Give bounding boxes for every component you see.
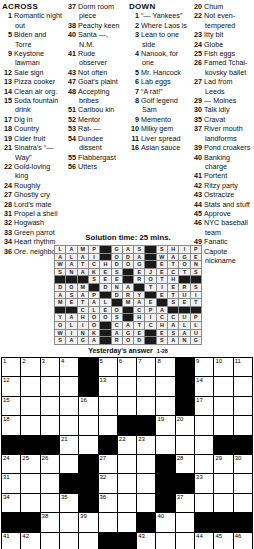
grid-cell[interactable] (79, 416, 97, 434)
mini-letter-cell: W (157, 254, 167, 261)
grid-cell[interactable] (41, 416, 59, 434)
mini-letter-cell: L (66, 254, 76, 261)
grid-cell[interactable] (41, 474, 59, 492)
grid-cell[interactable] (234, 377, 252, 395)
grid-cell[interactable] (41, 494, 59, 512)
clue-number: 16 (129, 143, 139, 152)
clue-item: 5Biden and Torre (2, 30, 63, 49)
clue-number: 13 (2, 77, 12, 86)
grid-cell[interactable]: 14 (195, 377, 213, 395)
grid-cell[interactable]: 15 (2, 397, 20, 415)
grid-cell[interactable] (176, 533, 194, 549)
grid-cell[interactable]: 20 (176, 416, 194, 434)
clue-number: 2 (129, 21, 139, 30)
cell-number: 38 (42, 513, 49, 520)
down-clues-column-2: 20Chum22Not even-tempered23Itty bit24Glo… (192, 2, 253, 265)
mini-letter-cell: E (134, 269, 144, 276)
mini-black-cell (100, 337, 110, 344)
grid-cell[interactable] (118, 513, 136, 531)
mini-letter-cell: L (179, 322, 189, 329)
grid-black-cell (176, 377, 194, 395)
clue-number: 37 (66, 2, 76, 11)
mini-letter-cell: A (179, 330, 189, 337)
mini-letter-cell: T (145, 284, 155, 291)
mini-letter-cell: A (66, 261, 76, 268)
grid-cell[interactable]: 38 (41, 513, 59, 531)
grid-cell[interactable]: 4 (60, 358, 78, 376)
mini-letter-cell: G (134, 261, 144, 268)
mini-letter-cell: I (66, 330, 76, 337)
clue-number: 27 (192, 77, 202, 86)
grid-cell[interactable] (118, 397, 136, 415)
mini-letter-cell: I (145, 314, 155, 321)
mini-letter-cell: O (55, 322, 65, 329)
mini-letter-cell: I (157, 284, 167, 291)
mini-black-cell (55, 276, 65, 283)
mini-black-cell (179, 276, 189, 283)
clue-item: 24Globe (192, 40, 253, 49)
grid-cell[interactable] (41, 397, 59, 415)
clue-item: 26Famed Tchai­kovsky ballet (192, 58, 253, 77)
grid-black-cell (176, 397, 194, 415)
clue-number: 23 (192, 30, 202, 39)
mini-letter-cell: O (89, 314, 99, 321)
clue-number: 21 (2, 143, 12, 152)
grid-cell[interactable]: 24 (2, 455, 20, 473)
mini-letter-cell: O (112, 307, 122, 314)
mini-letter-cell: G (179, 254, 189, 261)
grid-cell[interactable] (137, 474, 155, 492)
grid-cell[interactable]: 13 (99, 377, 117, 395)
grid-cell[interactable]: 36 (99, 494, 117, 512)
mini-letter-cell: G (112, 246, 122, 253)
grid-cell[interactable] (234, 474, 252, 492)
grid-black-cell (214, 436, 232, 454)
grid-cell[interactable] (176, 436, 194, 454)
clue-item: 15Soda fountain drink (2, 96, 63, 115)
down-clue-list-1: 1“— Yankees”2Where Laos is3Lean to one s… (129, 11, 189, 152)
grid-cell[interactable]: 27 (99, 455, 117, 473)
grid-cell[interactable] (195, 416, 213, 434)
grid-cell[interactable] (60, 455, 78, 473)
mini-letter-cell: H (78, 314, 88, 321)
clue-number: 54 (66, 134, 76, 143)
clue-item: 43Not often (66, 68, 124, 77)
grid-cell[interactable] (195, 436, 213, 454)
grid-black-cell (137, 513, 155, 531)
grid-cell[interactable] (118, 494, 136, 512)
grid-cell[interactable] (99, 513, 117, 531)
grid-cell[interactable]: 12 (2, 377, 20, 395)
mini-letter-cell: T (157, 276, 167, 283)
clue-item: 4Nanook, for one (129, 49, 189, 68)
clue-number: 22 (192, 11, 202, 20)
clue-number: 10 (129, 124, 139, 133)
grid-black-cell (176, 474, 194, 492)
mini-black-cell (145, 254, 155, 261)
grid-cell[interactable] (234, 416, 252, 434)
grid-black-cell (21, 513, 39, 531)
grid-cell[interactable] (137, 494, 155, 512)
grid-cell[interactable] (214, 416, 232, 434)
mini-letter-cell: H (100, 261, 110, 268)
clue-item: 27Ghostly cry (2, 190, 63, 199)
clue-number: 30 (192, 105, 202, 114)
grid-cell[interactable] (99, 416, 117, 434)
mini-black-cell (145, 330, 155, 337)
grid-cell[interactable] (99, 397, 117, 415)
mini-letter-cell: C (78, 307, 88, 314)
mini-letter-cell: N (66, 269, 76, 276)
mini-letter-cell: S (168, 330, 178, 337)
clue-number: 20 (192, 2, 202, 11)
clue-item: 17Dig in (2, 115, 63, 124)
mini-letter-cell: M (123, 299, 133, 306)
clue-number: 32 (2, 218, 12, 227)
clue-number: 9 (129, 115, 139, 124)
mini-black-cell (123, 269, 133, 276)
mini-letter-cell: N (179, 337, 189, 344)
clue-item: 9Memento (129, 115, 189, 124)
grid-cell[interactable]: 41 (2, 533, 20, 549)
mini-letter-cell: A (78, 292, 88, 299)
cell-number: 29 (215, 455, 222, 462)
mini-letter-cell: A (168, 322, 178, 329)
cell-number: 25 (22, 455, 29, 462)
mini-letter-cell: T (78, 261, 88, 268)
grid-cell[interactable] (156, 436, 174, 454)
grid-cell[interactable]: 2 (21, 358, 39, 376)
clue-item: 22Gold-loving king (2, 162, 63, 181)
mini-letter-cell: E (168, 284, 178, 291)
grid-cell[interactable]: 35 (60, 494, 78, 512)
clue-item: 54Dundee dissent (66, 134, 124, 153)
mini-letter-cell: A (123, 246, 133, 253)
grid-cell[interactable] (79, 533, 97, 549)
mini-letter-cell: E (145, 299, 155, 306)
across-header: ACROSS (2, 2, 63, 11)
grid-cell[interactable] (118, 377, 136, 395)
mini-letter-cell: D (123, 254, 133, 261)
grid-cell[interactable] (137, 455, 155, 473)
grid-black-cell (195, 513, 213, 531)
cell-number: 10 (215, 358, 222, 365)
grid-cell[interactable] (60, 416, 78, 434)
clue-number: 44 (192, 200, 202, 209)
clue-number: 40 (66, 30, 76, 39)
mini-letter-cell: N (112, 284, 122, 291)
grid-cell[interactable] (21, 416, 39, 434)
mini-letter-cell: E (100, 276, 110, 283)
grid-cell[interactable]: 22 (118, 436, 136, 454)
mini-letter-cell: L (89, 307, 99, 314)
grid-black-cell (79, 377, 97, 395)
cell-number: 2 (22, 358, 25, 365)
mini-letter-cell: P (89, 292, 99, 299)
grid-black-cell (99, 533, 117, 549)
mini-black-cell (191, 307, 201, 314)
mini-black-cell (123, 276, 133, 283)
grid-cell[interactable] (60, 533, 78, 549)
grid-black-cell (137, 416, 155, 434)
grid-cell[interactable] (195, 494, 213, 512)
grid-cell[interactable]: 5 (99, 358, 117, 376)
grid-cell[interactable]: 31 (2, 474, 20, 492)
clue-number: 7 (129, 87, 139, 96)
mini-letter-cell: K (89, 330, 99, 337)
grid-cell[interactable] (234, 397, 252, 415)
clue-number: 9 (2, 49, 12, 58)
mini-letter-cell: T (168, 292, 178, 299)
grid-cell[interactable]: 46 (234, 533, 252, 549)
mini-letter-cell: D (55, 284, 65, 291)
mini-black-cell (100, 322, 110, 329)
mini-black-cell (168, 307, 178, 314)
clue-item: 10Milky gem (129, 124, 189, 133)
clue-number: 26 (192, 58, 202, 67)
mini-black-cell (100, 246, 110, 253)
grid-cell[interactable] (118, 455, 136, 473)
clue-number: 22 (2, 162, 12, 171)
mini-letter-cell: E (100, 307, 110, 314)
grid-cell[interactable]: 17 (195, 397, 213, 415)
mini-letter-cell: U (179, 292, 189, 299)
clue-item: 7“A rat!” (129, 87, 189, 96)
cell-number: 4 (61, 358, 64, 365)
clue-number: 42 (192, 181, 202, 190)
grid-cell[interactable]: 25 (21, 455, 39, 473)
mini-letter-cell: R (134, 276, 144, 283)
grid-cell[interactable]: 37 (176, 494, 194, 512)
grid-cell[interactable]: 16 (79, 397, 97, 415)
clue-item: 6Lab eggs (129, 77, 189, 86)
grid-cell[interactable] (79, 436, 97, 454)
grid-cell[interactable]: 10 (214, 358, 232, 376)
mini-black-cell (191, 276, 201, 283)
mini-letter-cell: E (179, 299, 189, 306)
grid-cell[interactable] (214, 397, 232, 415)
mini-letter-cell: G (123, 330, 133, 337)
grid-cell[interactable] (156, 397, 174, 415)
mini-letter-cell: E (157, 330, 167, 337)
mini-black-cell (100, 330, 110, 337)
grid-cell[interactable]: 19 (156, 416, 174, 434)
grid-cell[interactable]: 44 (195, 533, 213, 549)
mini-letter-cell: A (157, 307, 167, 314)
mini-letter-cell: I (191, 292, 201, 299)
mini-letter-cell: M (78, 284, 88, 291)
mini-letter-cell: N (191, 261, 201, 268)
mini-letter-cell: A (78, 269, 88, 276)
mini-letter-cell: S (134, 246, 144, 253)
grid-cell[interactable]: 6 (118, 358, 136, 376)
grid-cell[interactable] (214, 474, 232, 492)
grid-cell[interactable]: 39 (79, 513, 97, 531)
clue-item: 52Mentor (66, 115, 124, 124)
cell-number: 13 (100, 377, 107, 384)
cell-number: 43 (138, 533, 145, 540)
mini-letter-cell: W (55, 261, 65, 268)
mini-letter-cell: K (89, 269, 99, 276)
mini-letter-cell: A (55, 254, 65, 261)
grid-cell[interactable]: 1 (2, 358, 20, 376)
clue-number: 12 (2, 68, 12, 77)
grid-cell[interactable] (60, 513, 78, 531)
grid-black-cell (176, 358, 194, 376)
grid-cell[interactable]: 45 (214, 533, 232, 549)
mini-letter-cell: O (145, 276, 155, 283)
clue-item: 2Where Laos is (129, 21, 189, 30)
grid-black-cell (79, 358, 97, 376)
cell-number: 37 (177, 494, 184, 501)
grid-cell[interactable]: 32 (99, 474, 117, 492)
mini-letter-cell: S (191, 269, 201, 276)
mini-letter-cell: D (134, 337, 144, 344)
clue-number: 51 (66, 105, 76, 114)
mini-letter-cell: H (157, 322, 167, 329)
cell-number: 15 (3, 397, 10, 404)
cell-number: 5 (100, 358, 103, 365)
cell-number: 28 (177, 455, 184, 462)
clue-number: 24 (192, 40, 202, 49)
grid-cell[interactable] (234, 494, 252, 512)
grid-cell[interactable]: 8 (156, 358, 174, 376)
mini-letter-cell: L (100, 299, 110, 306)
mini-letter-cell: H (134, 314, 144, 321)
mini-letter-cell: E (134, 330, 144, 337)
clue-number: 56 (66, 162, 76, 171)
clue-item: 27Lad from Leeds (192, 77, 253, 96)
cell-number: 6 (119, 358, 122, 365)
clue-number: 41 (192, 171, 202, 180)
grid-cell[interactable] (41, 377, 59, 395)
mini-letter-cell: Y (55, 314, 65, 321)
clue-number: 52 (66, 115, 76, 124)
grid-black-cell (2, 436, 20, 454)
grid-cell[interactable]: 33 (195, 474, 213, 492)
clue-number: 28 (2, 200, 12, 209)
clue-item: 53Rat- — (66, 124, 124, 133)
grid-cell[interactable]: 30 (234, 455, 252, 473)
cell-number: 39 (80, 513, 87, 520)
clue-item: 19Cider fruit (2, 134, 63, 143)
cell-number: 31 (3, 474, 10, 481)
grid-cell[interactable] (156, 533, 174, 549)
mini-letter-cell: A (123, 322, 133, 329)
clue-number: 5 (2, 30, 12, 39)
grid-cell[interactable]: 42 (21, 533, 39, 549)
mini-letter-cell: E (112, 276, 122, 283)
mini-letter-cell: W (55, 330, 65, 337)
grid-cell[interactable]: 21 (60, 436, 78, 454)
clue-number: 14 (2, 87, 12, 96)
clue-number: 19 (2, 134, 12, 143)
mini-black-cell (179, 307, 189, 314)
grid-black-cell (2, 513, 20, 531)
grid-cell[interactable] (137, 397, 155, 415)
across-clue-list-2: 37Dorm room piece38Peachy keen40Santa —,… (66, 2, 124, 171)
grid-cell[interactable]: 18 (2, 416, 20, 434)
across-clue-list-1: 1Romantic night out5Biden and Torre9Keys… (2, 11, 63, 256)
grid-cell[interactable] (156, 377, 174, 395)
mini-letter-cell: N (78, 330, 88, 337)
mini-letter-cell: O (89, 322, 99, 329)
mini-letter-cell: E (157, 269, 167, 276)
mini-black-cell (78, 276, 88, 283)
grid-cell[interactable] (60, 397, 78, 415)
mini-letter-cell: E (100, 269, 110, 276)
mini-letter-cell: T (78, 299, 88, 306)
mini-letter-cell: P (89, 246, 99, 253)
clue-item: 1“— Yankees” (129, 11, 189, 20)
grid-black-cell (79, 474, 97, 492)
grid-cell[interactable]: 7 (137, 358, 155, 376)
grid-cell[interactable]: 3 (41, 358, 59, 376)
mini-letter-cell: A (78, 254, 88, 261)
mini-letter-cell: S (157, 246, 167, 253)
grid-cell[interactable] (21, 397, 39, 415)
clue-number: 18 (2, 124, 12, 133)
mini-letter-cell: T (134, 322, 144, 329)
clue-item: 43Ostracize (192, 190, 253, 199)
grid-cell[interactable] (41, 533, 59, 549)
mini-letter-cell: O (112, 254, 122, 261)
grid-cell[interactable] (118, 474, 136, 492)
mini-letter-cell: T (179, 269, 189, 276)
main-crossword-grid-clip: 1234567891011121314151617181920212223242… (1, 357, 253, 549)
clue-number: 34 (2, 237, 12, 246)
grid-cell[interactable]: 26 (41, 455, 59, 473)
grid-cell[interactable] (214, 377, 232, 395)
grid-cell[interactable] (137, 377, 155, 395)
grid-black-cell (79, 494, 97, 512)
clue-number: 33 (2, 228, 12, 237)
mini-letter-cell: A (66, 337, 76, 344)
grid-cell[interactable] (21, 377, 39, 395)
grid-cell[interactable] (21, 474, 39, 492)
down-clue-list-2: 20Chum22Not even-tempered23Itty bit24Glo… (192, 2, 253, 265)
clue-item: 18Country (2, 124, 63, 133)
grid-cell[interactable]: 9 (195, 358, 213, 376)
grid-cell[interactable] (176, 513, 194, 531)
grid-cell[interactable] (214, 494, 232, 512)
cell-number: 18 (3, 416, 10, 423)
cell-number: 30 (235, 455, 242, 462)
clue-item: 12Sale sign (2, 68, 63, 77)
grid-cell[interactable] (60, 377, 78, 395)
clue-item: 41Portent (192, 171, 253, 180)
clue-number: 29 (192, 96, 202, 105)
cell-number: 36 (100, 494, 107, 501)
grid-cell[interactable]: 11 (234, 358, 252, 376)
clue-item: 56Utters (66, 162, 124, 171)
mini-letter-cell: O (123, 337, 133, 344)
cell-number: 32 (100, 474, 107, 481)
mini-letter-cell: J (145, 269, 155, 276)
mini-letter-cell: H (168, 246, 178, 253)
clue-item: 51Caribou kin (66, 105, 124, 114)
mini-letter-cell: S (168, 299, 178, 306)
grid-cell[interactable] (21, 494, 39, 512)
grid-cell[interactable]: 40 (156, 513, 174, 531)
grid-cell[interactable] (195, 455, 213, 473)
grid-cell[interactable]: 29 (214, 455, 232, 473)
grid-cell[interactable]: 43 (137, 533, 155, 549)
grid-cell[interactable]: 23 (137, 436, 155, 454)
grid-cell[interactable]: 34 (2, 494, 20, 512)
mini-letter-cell: I (78, 322, 88, 329)
grid-cell[interactable]: 28 (176, 455, 194, 473)
